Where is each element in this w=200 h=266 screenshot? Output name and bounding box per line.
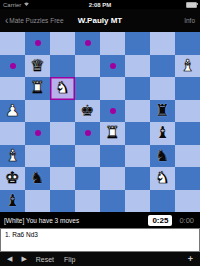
status-bar: Carrier 2:08 PM <box>0 0 200 9</box>
square-a7[interactable] <box>0 55 25 78</box>
white-bishop[interactable]: ♝ <box>5 148 19 164</box>
square-f8[interactable] <box>125 32 150 55</box>
bottom-toolbar: ◀ ▶ Reset Flip + <box>0 252 200 266</box>
legal-move-dot[interactable] <box>10 63 16 69</box>
square-c5[interactable] <box>50 100 75 123</box>
square-h5[interactable] <box>175 100 200 123</box>
white-rook[interactable]: ♜ <box>105 125 119 141</box>
square-h3[interactable] <box>175 145 200 168</box>
white-pawn[interactable]: ♟ <box>5 103 19 119</box>
white-bishop[interactable]: ♝ <box>180 58 194 74</box>
square-a1[interactable]: ♝ <box>0 190 25 213</box>
square-c7[interactable] <box>50 55 75 78</box>
square-e3[interactable] <box>100 145 125 168</box>
square-a6[interactable] <box>0 77 25 100</box>
square-g3[interactable]: ♞ <box>150 145 175 168</box>
square-c4[interactable] <box>50 122 75 145</box>
timer-main: 0:25 <box>148 215 172 226</box>
square-f4[interactable] <box>125 122 150 145</box>
square-d1[interactable] <box>75 190 100 213</box>
plus-icon[interactable]: + <box>188 254 193 264</box>
square-d7[interactable] <box>75 55 100 78</box>
square-e7[interactable] <box>100 55 125 78</box>
white-king[interactable]: ♚ <box>5 170 19 186</box>
square-b1[interactable] <box>25 190 50 213</box>
turn-message: [White] You have 3 moves <box>4 217 148 224</box>
square-d8[interactable] <box>75 32 100 55</box>
info-button[interactable]: Info <box>184 17 195 24</box>
chess-board[interactable]: ♛♝♜♞♟♚♜♜♝♝♞♚♞♞♝ <box>0 32 200 212</box>
square-b7[interactable]: ♛ <box>25 55 50 78</box>
square-g6[interactable] <box>150 77 175 100</box>
square-a8[interactable] <box>0 32 25 55</box>
square-e2[interactable] <box>100 167 125 190</box>
square-e8[interactable] <box>100 32 125 55</box>
black-bishop[interactable]: ♝ <box>5 193 19 209</box>
black-rook[interactable]: ♜ <box>155 103 169 119</box>
square-b6[interactable]: ♜ <box>25 77 50 100</box>
square-f6[interactable] <box>125 77 150 100</box>
white-knight[interactable]: ♞ <box>155 170 169 186</box>
move-list: 1. Ra6 Nd3 <box>0 228 200 252</box>
step-back-icon[interactable]: ◀ <box>7 255 12 263</box>
square-d6[interactable] <box>75 77 100 100</box>
battery-icon <box>186 2 197 8</box>
square-c2[interactable] <box>50 167 75 190</box>
square-h4[interactable] <box>175 122 200 145</box>
square-c3[interactable] <box>50 145 75 168</box>
square-f2[interactable] <box>125 167 150 190</box>
status-strip: [White] You have 3 moves 0:25 0:00 <box>0 212 200 228</box>
square-g7[interactable] <box>150 55 175 78</box>
square-h2[interactable] <box>175 167 200 190</box>
back-button[interactable]: ‹ Mate Puzzles Free <box>5 17 64 24</box>
square-a5[interactable]: ♟ <box>0 100 25 123</box>
square-d3[interactable] <box>75 145 100 168</box>
square-a3[interactable]: ♝ <box>0 145 25 168</box>
square-a4[interactable] <box>0 122 25 145</box>
square-b5[interactable] <box>25 100 50 123</box>
square-h6[interactable] <box>175 77 200 100</box>
square-g1[interactable] <box>150 190 175 213</box>
square-e5[interactable] <box>100 100 125 123</box>
timer-secondary: 0:00 <box>179 216 194 225</box>
black-knight[interactable]: ♞ <box>155 148 169 164</box>
square-d4[interactable] <box>75 122 100 145</box>
square-g4[interactable]: ♝ <box>150 122 175 145</box>
square-e6[interactable] <box>100 77 125 100</box>
legal-move-dot[interactable] <box>110 63 116 69</box>
flip-button[interactable]: Flip <box>64 256 75 263</box>
white-knight[interactable]: ♞ <box>55 80 69 96</box>
square-g5[interactable]: ♜ <box>150 100 175 123</box>
square-d2[interactable] <box>75 167 100 190</box>
legal-move-dot[interactable] <box>85 130 91 136</box>
square-a2[interactable]: ♚ <box>0 167 25 190</box>
square-c1[interactable] <box>50 190 75 213</box>
square-b4[interactable] <box>25 122 50 145</box>
square-g2[interactable]: ♞ <box>150 167 175 190</box>
move-list-line: 1. Ra6 Nd3 <box>5 231 38 238</box>
square-b8[interactable] <box>25 32 50 55</box>
legal-move-dot[interactable] <box>35 40 41 46</box>
square-f5[interactable] <box>125 100 150 123</box>
square-c6[interactable]: ♞ <box>50 77 75 100</box>
square-b2[interactable]: ♞ <box>25 167 50 190</box>
square-f7[interactable] <box>125 55 150 78</box>
square-h1[interactable] <box>175 190 200 213</box>
square-g8[interactable] <box>150 32 175 55</box>
chess-app-window: Carrier 2:08 PM W.Pauly MT ‹ Mate Puzzle… <box>0 0 200 266</box>
clock-time: 2:08 PM <box>0 2 200 8</box>
black-bishop[interactable]: ♝ <box>155 125 169 141</box>
square-b3[interactable] <box>25 145 50 168</box>
navigation-bar: W.Pauly MT ‹ Mate Puzzles Free Info <box>0 9 200 32</box>
legal-move-dot[interactable] <box>110 108 116 114</box>
legal-move-dot[interactable] <box>35 130 41 136</box>
square-f3[interactable] <box>125 145 150 168</box>
square-h8[interactable] <box>175 32 200 55</box>
black-king[interactable]: ♚ <box>80 103 94 119</box>
chevron-left-icon: ‹ <box>5 18 8 24</box>
black-knight[interactable]: ♞ <box>30 170 44 186</box>
reset-button[interactable]: Reset <box>36 256 54 263</box>
square-c8[interactable] <box>50 32 75 55</box>
square-e1[interactable] <box>100 190 125 213</box>
back-button-label: Mate Puzzles Free <box>9 17 63 24</box>
square-e4[interactable]: ♜ <box>100 122 125 145</box>
legal-move-dot[interactable] <box>85 40 91 46</box>
square-f1[interactable] <box>125 190 150 213</box>
square-h7[interactable]: ♝ <box>175 55 200 78</box>
square-d5[interactable]: ♚ <box>75 100 100 123</box>
white-rook[interactable]: ♜ <box>30 80 44 96</box>
white-queen[interactable]: ♛ <box>30 58 44 74</box>
step-forward-icon[interactable]: ▶ <box>21 255 26 263</box>
